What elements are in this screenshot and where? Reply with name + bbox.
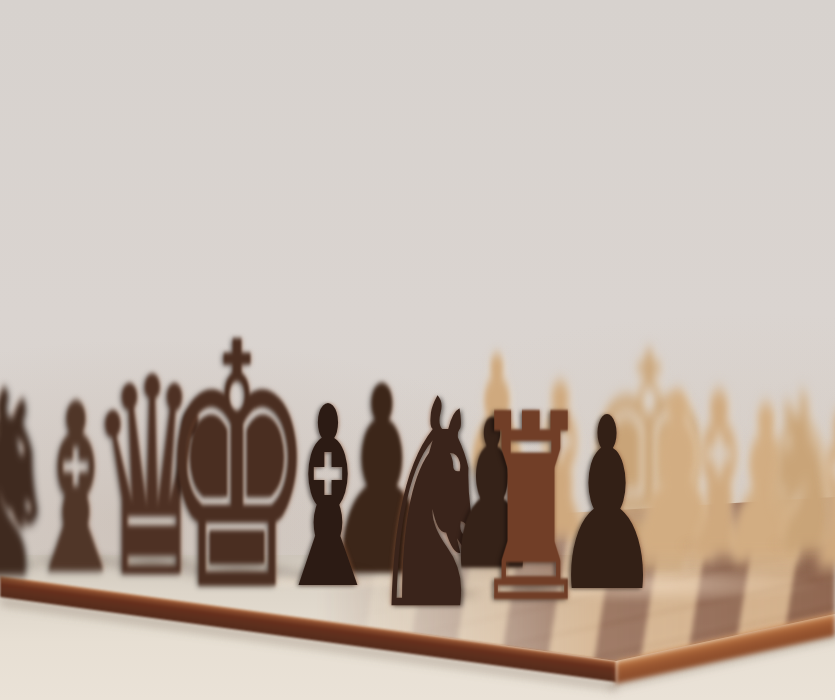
piece-dark-pawn-front: ♟	[553, 387, 661, 625]
chess-photo-scene: ♟♝♚♟♝♟♞♝♞♝♛♚♟♝♞♟♜♟	[0, 0, 835, 700]
piece-light-edge-piece: ♝	[794, 385, 835, 599]
chess-pieces-layer: ♟♝♚♟♝♟♞♝♞♝♛♚♟♝♞♟♜♟	[0, 0, 835, 700]
